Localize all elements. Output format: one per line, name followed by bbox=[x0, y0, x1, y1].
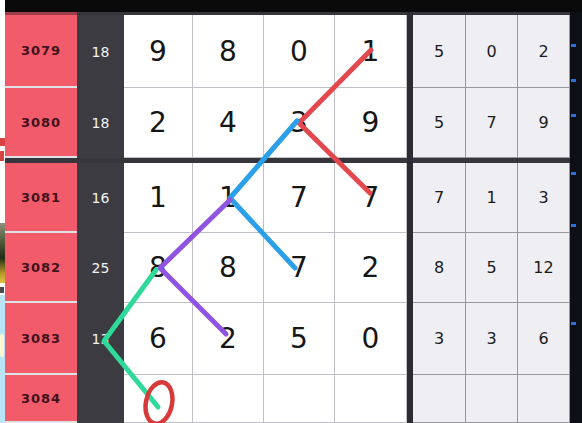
cut-text-fragment bbox=[571, 79, 576, 82]
stat-cell: 7 bbox=[466, 88, 518, 158]
right-edge-strip bbox=[570, 12, 582, 423]
digit-cell: 1 bbox=[124, 163, 193, 233]
stat-cell: 3 bbox=[413, 303, 466, 375]
digit-cell bbox=[335, 375, 407, 423]
sum-value bbox=[77, 375, 124, 423]
stat-cell: 5 bbox=[466, 233, 518, 303]
digit-cell: 2 bbox=[335, 233, 407, 303]
issue-number: 3082 bbox=[5, 233, 77, 303]
digit-cell: 4 bbox=[193, 88, 264, 158]
stat-cell bbox=[466, 375, 518, 423]
cut-text-fragment bbox=[571, 322, 576, 325]
sum-value: 18 bbox=[77, 88, 124, 158]
stat-cell: 9 bbox=[518, 88, 570, 158]
sum-value: 25 bbox=[77, 233, 124, 303]
digit-cell: 8 bbox=[193, 15, 264, 88]
stat-cell: 3 bbox=[518, 163, 570, 233]
digit-cell bbox=[193, 375, 264, 423]
digit-cell: 0 bbox=[264, 15, 335, 88]
issue-number: 3084 bbox=[5, 375, 77, 423]
stat-cell: 8 bbox=[413, 233, 466, 303]
digit-cell: 0 bbox=[335, 303, 407, 375]
stat-cell: 12 bbox=[518, 233, 570, 303]
stat-cell: 5 bbox=[413, 15, 466, 88]
digit-cell: 9 bbox=[335, 88, 407, 158]
stat-cell: 7 bbox=[413, 163, 466, 233]
sum-value: 18 bbox=[77, 15, 124, 88]
cut-text-fragment bbox=[571, 114, 576, 117]
issue-number: 3081 bbox=[5, 163, 77, 233]
cut-text-fragment bbox=[571, 224, 576, 227]
top-black-bar bbox=[5, 0, 582, 12]
digit-cell: 1 bbox=[193, 163, 264, 233]
issue-number: 3079 bbox=[5, 15, 77, 88]
issue-number: 3080 bbox=[5, 88, 77, 158]
digit-cell: 2 bbox=[124, 88, 193, 158]
trend-chart-screen: 3079 18 9 8 0 1 5 0 2 3080 18 2 4 3 9 5 … bbox=[0, 0, 582, 423]
sum-value: 16 bbox=[77, 163, 124, 233]
digit-cell bbox=[124, 375, 193, 423]
stat-cell: 1 bbox=[466, 163, 518, 233]
digit-cell bbox=[264, 375, 335, 423]
stat-cell: 6 bbox=[518, 303, 570, 375]
stat-cell bbox=[413, 375, 466, 423]
stat-cell bbox=[518, 375, 570, 423]
stat-cell: 2 bbox=[518, 15, 570, 88]
digit-cell: 2 bbox=[193, 303, 264, 375]
stat-cell: 5 bbox=[413, 88, 466, 158]
cut-text-fragment bbox=[571, 44, 576, 47]
digit-cell: 9 bbox=[124, 15, 193, 88]
background-red-text-fragment bbox=[0, 151, 4, 161]
digit-cell: 5 bbox=[264, 303, 335, 375]
digit-cell: 3 bbox=[264, 88, 335, 158]
digit-cell: 8 bbox=[124, 233, 193, 303]
background-text-fragment bbox=[0, 287, 4, 293]
sum-value: 13 bbox=[77, 303, 124, 375]
background-icon-fragment bbox=[0, 334, 4, 357]
digit-cell: 7 bbox=[335, 163, 407, 233]
stat-cell: 3 bbox=[466, 303, 518, 375]
issue-number: 3083 bbox=[5, 303, 77, 375]
digit-cell: 7 bbox=[264, 163, 335, 233]
digit-cell: 7 bbox=[264, 233, 335, 303]
cut-text-fragment bbox=[571, 172, 576, 175]
digit-cell: 6 bbox=[124, 303, 193, 375]
digit-cell: 1 bbox=[335, 15, 407, 88]
trend-table: 3079 18 9 8 0 1 5 0 2 3080 18 2 4 3 9 5 … bbox=[5, 12, 582, 423]
stat-cell: 0 bbox=[466, 15, 518, 88]
digit-cell: 8 bbox=[193, 233, 264, 303]
